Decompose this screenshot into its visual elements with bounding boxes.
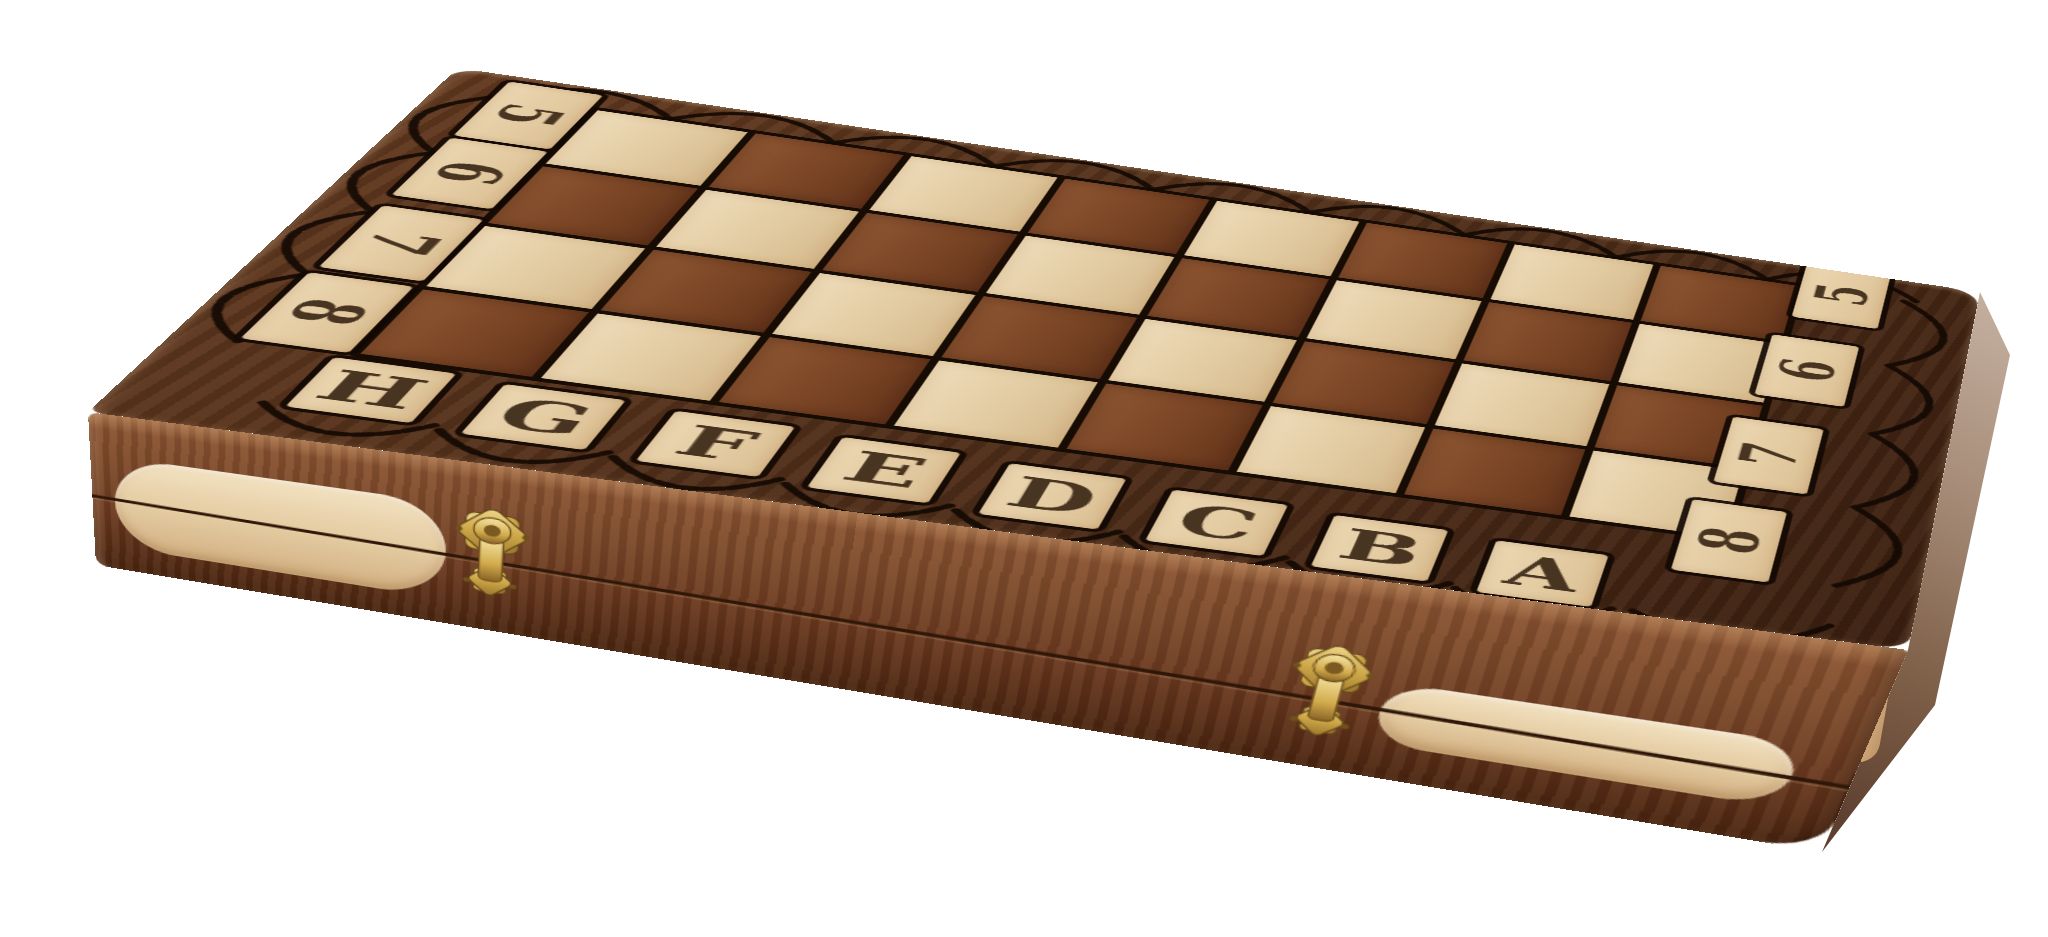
right-rank-label-6-text: 6 <box>1762 354 1853 386</box>
right-rank-label-5: 5 <box>1792 261 1892 329</box>
left-rank-label-7-text: 7 <box>342 226 462 260</box>
file-label-f-text: F <box>661 414 770 473</box>
file-label-e: E <box>807 437 961 503</box>
right-rank-label-5-text: 5 <box>1799 279 1886 310</box>
product-photo-chess-box: 56785678HGFEDCBA <box>0 0 2048 937</box>
brass-latch-left <box>439 491 545 631</box>
file-label-d-text: D <box>995 466 1109 528</box>
file-label-b-text: B <box>1330 517 1432 579</box>
right-rank-label-8-text: 8 <box>1680 522 1779 558</box>
file-label-b: B <box>1312 515 1450 581</box>
left-rank-label-8-text: 8 <box>266 294 391 330</box>
left-rank-label-6-text: 6 <box>413 157 527 190</box>
file-label-h-text: H <box>300 359 443 421</box>
file-label-f: F <box>635 411 794 477</box>
file-label-c: C <box>1145 489 1288 555</box>
file-label-d: D <box>977 463 1125 529</box>
file-label-g-text: G <box>480 387 608 448</box>
right-rank-label-7-text: 7 <box>1722 438 1817 472</box>
right-rank-label-6: 6 <box>1755 334 1860 407</box>
right-rank-label-7: 7 <box>1713 417 1823 495</box>
right-rank-label-8: 8 <box>1671 499 1787 582</box>
file-label-g: G <box>461 384 626 450</box>
file-label-e-text: E <box>830 440 939 500</box>
file-label-c-text: C <box>1166 492 1268 553</box>
left-rank-label-5-text: 5 <box>474 99 584 130</box>
file-label-a-text: A <box>1497 543 1588 604</box>
